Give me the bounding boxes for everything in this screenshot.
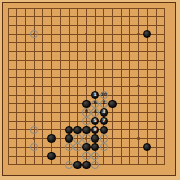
go-stone-white[interactable]: 6 bbox=[91, 100, 99, 108]
go-stone-white[interactable] bbox=[73, 134, 81, 142]
go-stone-black[interactable] bbox=[65, 126, 73, 134]
go-stone-white[interactable] bbox=[82, 117, 90, 125]
go-stone-black[interactable] bbox=[82, 126, 90, 134]
go-stone-black[interactable] bbox=[73, 126, 81, 134]
go-stone-black[interactable] bbox=[65, 134, 73, 142]
hoshi-point bbox=[137, 33, 139, 35]
go-stone-white[interactable]: 10 bbox=[100, 91, 108, 99]
go-stone-white[interactable] bbox=[91, 161, 99, 169]
go-stone-white[interactable] bbox=[82, 152, 90, 160]
go-stone-black[interactable] bbox=[73, 161, 81, 169]
go-stone-black[interactable]: 3 bbox=[100, 108, 108, 116]
go-stone-black[interactable] bbox=[108, 100, 116, 108]
go-stone-white[interactable] bbox=[100, 134, 108, 142]
grid-line-vertical bbox=[129, 8, 130, 166]
hoshi-point bbox=[137, 137, 139, 139]
go-stone-white[interactable]: 4 bbox=[91, 108, 99, 116]
go-stone-white[interactable]: 8 bbox=[82, 108, 90, 116]
grid-line-vertical bbox=[156, 8, 157, 166]
go-stone-white[interactable]: 2 bbox=[100, 100, 108, 108]
grid-line-horizontal bbox=[8, 95, 166, 96]
go-stone-white[interactable] bbox=[65, 161, 73, 169]
go-stone-black[interactable] bbox=[91, 134, 99, 142]
go-stone-white[interactable] bbox=[82, 134, 90, 142]
go-stone-black[interactable] bbox=[47, 152, 55, 160]
go-board[interactable]: 11062843579 bbox=[0, 0, 180, 180]
go-stone-black[interactable] bbox=[82, 100, 90, 108]
grid-line-vertical bbox=[121, 8, 122, 166]
grid-line-vertical bbox=[112, 8, 113, 166]
go-stone-black[interactable] bbox=[82, 161, 90, 169]
go-stone-black[interactable] bbox=[100, 126, 108, 134]
go-stone-black[interactable] bbox=[47, 134, 55, 142]
grid-line-vertical bbox=[164, 8, 165, 166]
go-stone-black[interactable] bbox=[82, 143, 90, 151]
hoshi-point bbox=[33, 137, 35, 139]
